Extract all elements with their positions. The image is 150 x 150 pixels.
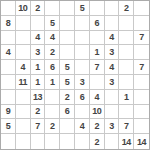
cell-r3c5-empty[interactable]: [60, 31, 75, 46]
puzzle-board: 1025285644474321341657471111533132641926…: [0, 0, 150, 150]
cell-r1c5-empty[interactable]: [60, 1, 75, 16]
cell-r7c7-clue: 4: [90, 90, 105, 105]
cell-r4c10-empty[interactable]: [134, 45, 149, 60]
cell-r3c2-empty[interactable]: [16, 31, 31, 46]
cell-r3c9-empty[interactable]: [119, 31, 134, 46]
cell-r2c6-empty[interactable]: [75, 16, 90, 31]
cell-r9c6-clue: 4: [75, 119, 90, 134]
cell-r8c8-empty[interactable]: [105, 105, 120, 120]
cell-r10c7-clue: 2: [90, 134, 105, 149]
cell-r1c1-empty[interactable]: [1, 1, 16, 16]
cell-r8c3-clue: 2: [31, 105, 46, 120]
cell-r5c4-clue: 6: [45, 60, 60, 75]
cell-r7c5-clue: 2: [60, 90, 75, 105]
cell-r8c9-empty[interactable]: [119, 105, 134, 120]
cell-r10c2-empty[interactable]: [16, 134, 31, 149]
cell-r3c1-empty[interactable]: [1, 31, 16, 46]
cell-r5c7-clue: 7: [90, 60, 105, 75]
cell-r7c4-empty[interactable]: [45, 90, 60, 105]
cell-r9c3-clue: 7: [31, 119, 46, 134]
cell-r5c6-empty[interactable]: [75, 60, 90, 75]
cell-r7c6-clue: 6: [75, 90, 90, 105]
cell-r10c10-clue: 14: [134, 134, 149, 149]
cell-r6c8-clue: 3: [105, 75, 120, 90]
cell-r2c8-empty[interactable]: [105, 16, 120, 31]
cell-r3c6-empty[interactable]: [75, 31, 90, 46]
cell-r1c10-empty[interactable]: [134, 1, 149, 16]
cell-r1c7-empty[interactable]: [90, 1, 105, 16]
cell-r8c6-empty[interactable]: [75, 105, 90, 120]
cell-r5c10-clue: 7: [134, 60, 149, 75]
cell-r6c9-empty[interactable]: [119, 75, 134, 90]
cell-r10c3-empty[interactable]: [31, 134, 46, 149]
cell-r8c4-empty[interactable]: [45, 105, 60, 120]
cell-r8c1-clue: 9: [1, 105, 16, 120]
cell-r4c3-clue: 3: [31, 45, 46, 60]
cell-r2c5-empty[interactable]: [60, 16, 75, 31]
cell-r9c2-empty[interactable]: [16, 119, 31, 134]
cell-r9c8-clue: 3: [105, 119, 120, 134]
cell-r1c9-clue: 2: [119, 1, 134, 16]
cell-r4c6-empty[interactable]: [75, 45, 90, 60]
cell-r6c6-clue: 3: [75, 75, 90, 90]
cell-r9c5-empty[interactable]: [60, 119, 75, 134]
cell-r4c8-clue: 3: [105, 45, 120, 60]
cell-r9c9-clue: 7: [119, 119, 134, 134]
cell-r7c9-clue: 1: [119, 90, 134, 105]
cell-r4c9-empty[interactable]: [119, 45, 134, 60]
cell-r5c1-empty[interactable]: [1, 60, 16, 75]
cell-r6c1-empty[interactable]: [1, 75, 16, 90]
cell-r8c2-empty[interactable]: [16, 105, 31, 120]
cell-r2c2-empty[interactable]: [16, 16, 31, 31]
cell-r9c4-clue: 2: [45, 119, 60, 134]
cell-r2c10-empty[interactable]: [134, 16, 149, 31]
cell-r3c7-empty[interactable]: [90, 31, 105, 46]
cell-r1c2-clue: 10: [16, 1, 31, 16]
cell-r4c2-empty[interactable]: [16, 45, 31, 60]
cell-r7c2-empty[interactable]: [16, 90, 31, 105]
cell-r1c8-empty[interactable]: [105, 1, 120, 16]
cell-r5c8-clue: 4: [105, 60, 120, 75]
cell-r5c5-clue: 5: [60, 60, 75, 75]
cell-r5c9-empty[interactable]: [119, 60, 134, 75]
cell-r6c3-clue: 1: [31, 75, 46, 90]
cell-r10c6-empty[interactable]: [75, 134, 90, 149]
cell-r7c8-empty[interactable]: [105, 90, 120, 105]
cell-r10c5-empty[interactable]: [60, 134, 75, 149]
cell-r3c10-clue: 7: [134, 31, 149, 46]
cell-r4c1-clue: 4: [1, 45, 16, 60]
cell-r3c3-clue: 4: [31, 31, 46, 46]
cell-r2c1-clue: 8: [1, 16, 16, 31]
cell-r10c4-empty[interactable]: [45, 134, 60, 149]
cell-r4c5-empty[interactable]: [60, 45, 75, 60]
cell-r8c7-clue: 10: [90, 105, 105, 120]
cell-r2c7-clue: 6: [90, 16, 105, 31]
cell-r10c8-empty[interactable]: [105, 134, 120, 149]
cell-r9c10-empty[interactable]: [134, 119, 149, 134]
cell-r7c3-clue: 13: [31, 90, 46, 105]
cell-r7c10-empty[interactable]: [134, 90, 149, 105]
cell-r4c4-clue: 2: [45, 45, 60, 60]
cell-r6c4-clue: 1: [45, 75, 60, 90]
cell-r1c3-clue: 2: [31, 1, 46, 16]
cell-r3c8-clue: 4: [105, 31, 120, 46]
cell-r6c2-clue: 11: [16, 75, 31, 90]
cell-r6c5-clue: 5: [60, 75, 75, 90]
cell-r7c1-empty[interactable]: [1, 90, 16, 105]
cell-r2c9-empty[interactable]: [119, 16, 134, 31]
cell-r9c1-clue: 5: [1, 119, 16, 134]
cell-r10c9-clue: 14: [119, 134, 134, 149]
cell-r6c7-empty[interactable]: [90, 75, 105, 90]
cell-r5c2-clue: 4: [16, 60, 31, 75]
cell-r2c4-clue: 5: [45, 16, 60, 31]
cell-r4c7-clue: 1: [90, 45, 105, 60]
cell-r6c10-empty[interactable]: [134, 75, 149, 90]
cell-r8c5-clue: 6: [60, 105, 75, 120]
cell-r1c4-empty[interactable]: [45, 1, 60, 16]
cell-r9c7-clue: 2: [90, 119, 105, 134]
cell-r2c3-empty[interactable]: [31, 16, 46, 31]
cell-r10c1-empty[interactable]: [1, 134, 16, 149]
cell-r3c4-clue: 4: [45, 31, 60, 46]
cell-r1c6-clue: 5: [75, 1, 90, 16]
cell-r5c3-clue: 1: [31, 60, 46, 75]
cell-r8c10-empty[interactable]: [134, 105, 149, 120]
